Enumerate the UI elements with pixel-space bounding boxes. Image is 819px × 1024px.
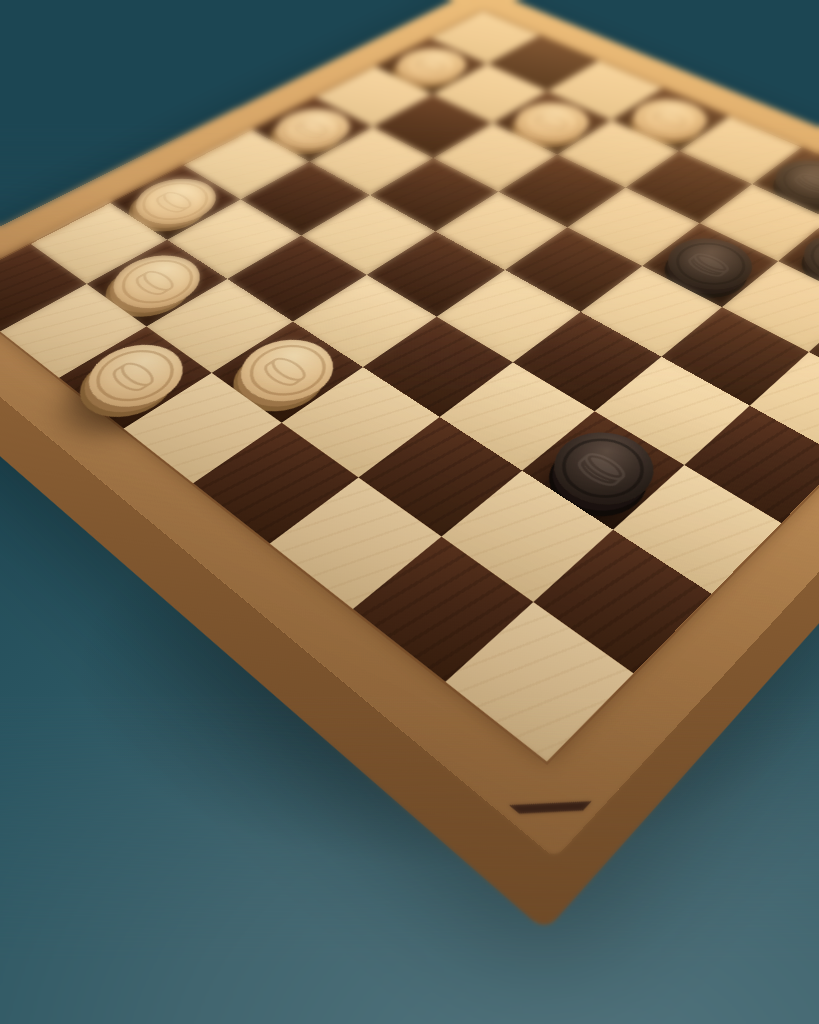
checker-glyph: ⛂ — [812, 238, 819, 280]
checker-glyph: ⛀ — [249, 345, 326, 397]
checker-glyph: ⛂ — [676, 242, 744, 285]
checker-glyph: ⛀ — [121, 260, 193, 304]
checker-glyph: ⛂ — [784, 164, 819, 201]
checker-glyph: ⛀ — [96, 350, 175, 402]
checker-glyph: ⛀ — [403, 51, 460, 80]
table-surface: ⛀⛂⛂⛀⛀⛂⛂⛂⛀⛀⛂⛀⛀⛀ — [0, 0, 819, 1024]
checker-glyph: ⛂ — [562, 438, 644, 498]
checker-glyph: ⛀ — [641, 102, 700, 134]
checker-glyph: ⛀ — [522, 106, 582, 138]
checker-glyph: ⛀ — [142, 182, 209, 220]
checker-glyph: ⛀ — [282, 112, 344, 145]
